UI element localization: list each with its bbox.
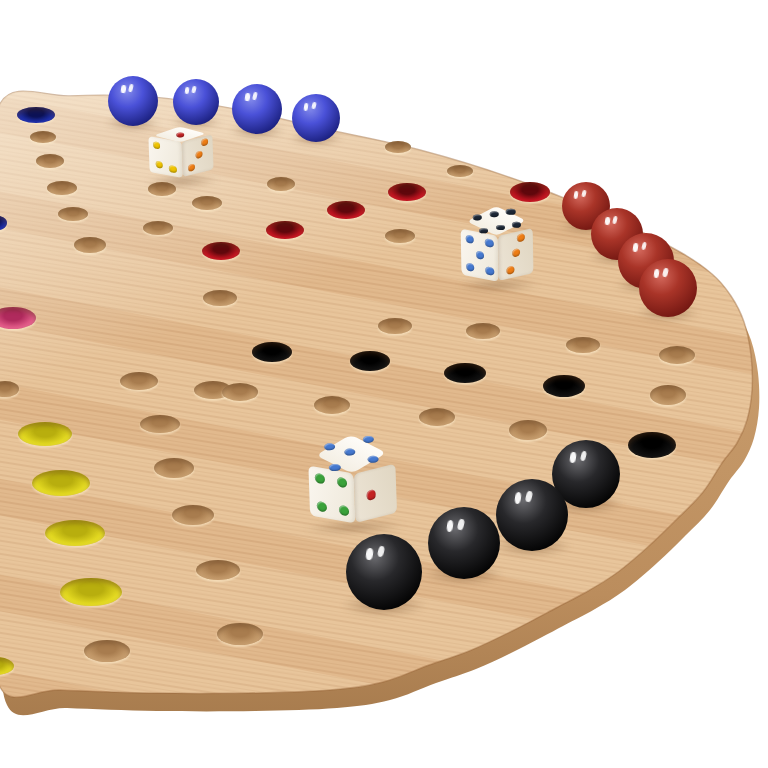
die-pip	[344, 449, 356, 456]
die-pip	[489, 211, 498, 217]
die-pip	[495, 225, 504, 231]
die-pip	[362, 436, 374, 443]
die-top-pips	[467, 206, 527, 237]
die-top-pips	[154, 125, 207, 143]
pieces-layer	[0, 0, 768, 768]
marble-blue-3[interactable]	[232, 84, 282, 157]
marble-ball	[232, 84, 282, 134]
die-1[interactable]	[148, 121, 214, 185]
marble-black-2[interactable]	[428, 507, 500, 611]
die-pip	[486, 266, 494, 276]
photo-stage	[0, 0, 768, 768]
die-pip	[316, 501, 326, 513]
die-2[interactable]	[460, 205, 533, 288]
marble-red-4[interactable]	[639, 259, 697, 343]
die-pip	[329, 463, 341, 470]
die-pip	[479, 228, 488, 234]
die-shadow	[303, 518, 406, 536]
marble-ball	[428, 507, 500, 579]
die-face-right	[498, 228, 533, 281]
die-pip	[512, 248, 520, 258]
marble-blue-4[interactable]	[292, 94, 340, 164]
die-pip	[506, 209, 515, 215]
marble-black-1[interactable]	[346, 534, 422, 644]
die-pip	[176, 132, 184, 137]
die-pip	[367, 456, 379, 463]
marble-ball	[173, 79, 219, 125]
die-shadow	[456, 277, 541, 292]
marble-ball	[108, 76, 158, 126]
marble-ball	[639, 259, 697, 317]
die-face-left	[461, 229, 499, 282]
die-pip	[473, 214, 482, 220]
die-pip	[188, 163, 195, 172]
marble-black-3[interactable]	[496, 479, 568, 583]
marble-ball	[496, 479, 568, 551]
die-pip	[506, 266, 514, 276]
die-pip	[339, 505, 349, 517]
die-pip	[156, 160, 164, 169]
die-top-pips	[315, 433, 388, 475]
die-pip	[466, 262, 474, 272]
die-pip	[324, 443, 336, 450]
die-pip	[195, 150, 202, 159]
die-pip	[169, 165, 177, 174]
die-pip	[512, 222, 521, 228]
die-pip	[485, 238, 493, 248]
marble-ball	[346, 534, 422, 610]
die-pip	[337, 477, 347, 489]
die-pip	[476, 250, 484, 260]
die-3[interactable]	[307, 435, 397, 532]
die-pip	[366, 489, 376, 501]
marble-ball	[292, 94, 340, 142]
